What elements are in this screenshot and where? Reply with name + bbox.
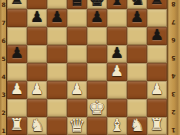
square-c1[interactable] <box>47 117 67 135</box>
rank-label-left-7: 7 <box>0 19 7 26</box>
piece-white-king-e2[interactable]: ♚ <box>87 94 107 120</box>
rank-label-left-4: 4 <box>0 73 7 80</box>
square-g4[interactable] <box>127 63 147 81</box>
square-e5[interactable] <box>87 45 107 63</box>
square-c2[interactable] <box>47 99 67 117</box>
chess-app-window: 87654321 87654321 ♜♛♚♝♞♜♟♟♟♟♟♟♟♟♟♟♟♟♚♜♞♛… <box>0 0 180 135</box>
rank-label-left-5: 5 <box>0 55 7 62</box>
piece-white-rook-a1[interactable]: ♜ <box>7 112 27 135</box>
square-c3[interactable] <box>47 81 67 99</box>
rank-label-right-7: 7 <box>167 19 180 26</box>
piece-black-queen-d8[interactable]: ♛ <box>67 0 87 12</box>
piece-black-pawn-g7[interactable]: ♟ <box>127 4 147 30</box>
square-e4[interactable] <box>87 63 107 81</box>
rank-label-right-1: 1 <box>167 127 180 134</box>
piece-white-queen-d1[interactable]: ♛ <box>67 112 87 135</box>
rank-label-right-2: 2 <box>167 109 180 116</box>
piece-white-knight-b1[interactable]: ♞ <box>27 112 47 135</box>
board-right-rail: 87654321 <box>167 0 180 135</box>
rank-label-right-4: 4 <box>167 73 180 80</box>
piece-black-rook-h8[interactable]: ♜ <box>147 0 167 12</box>
piece-black-pawn-c7[interactable]: ♟ <box>47 4 67 30</box>
board-left-rail: 87654321 <box>0 0 7 135</box>
piece-white-pawn-f4[interactable]: ♟ <box>107 58 127 84</box>
rank-label-left-1: 1 <box>0 127 7 134</box>
piece-black-pawn-e7[interactable]: ♟ <box>87 4 107 30</box>
piece-white-pawn-h3[interactable]: ♟ <box>147 76 167 102</box>
rank-label-left-2: 2 <box>0 109 7 116</box>
piece-black-rook-a8[interactable]: ♜ <box>7 0 27 12</box>
piece-white-pawn-d3[interactable]: ♟ <box>67 76 87 102</box>
square-b5[interactable] <box>27 45 47 63</box>
square-d5[interactable] <box>67 45 87 63</box>
rank-label-left-6: 6 <box>0 37 7 44</box>
piece-white-rook-h1[interactable]: ♜ <box>147 112 167 135</box>
square-c4[interactable] <box>47 63 67 81</box>
rank-label-right-3: 3 <box>167 91 180 98</box>
rank-label-left-8: 8 <box>0 1 7 8</box>
square-c5[interactable] <box>47 45 67 63</box>
square-g3[interactable] <box>127 81 147 99</box>
rank-label-left-3: 3 <box>0 91 7 98</box>
rank-label-right-8: 8 <box>167 1 180 8</box>
piece-black-pawn-h6[interactable]: ♟ <box>147 22 167 48</box>
piece-white-knight-g1[interactable]: ♞ <box>127 112 147 135</box>
piece-black-pawn-b7[interactable]: ♟ <box>27 4 47 30</box>
square-d6[interactable] <box>67 27 87 45</box>
piece-white-pawn-a3[interactable]: ♟ <box>7 76 27 102</box>
piece-white-pawn-b3[interactable]: ♟ <box>27 76 47 102</box>
rank-label-right-5: 5 <box>167 55 180 62</box>
piece-white-bishop-f1[interactable]: ♝ <box>107 112 127 135</box>
piece-black-pawn-a5[interactable]: ♟ <box>7 40 27 66</box>
square-g5[interactable] <box>127 45 147 63</box>
piece-black-bishop-f8[interactable]: ♝ <box>107 0 127 12</box>
rank-label-right-6: 6 <box>167 37 180 44</box>
